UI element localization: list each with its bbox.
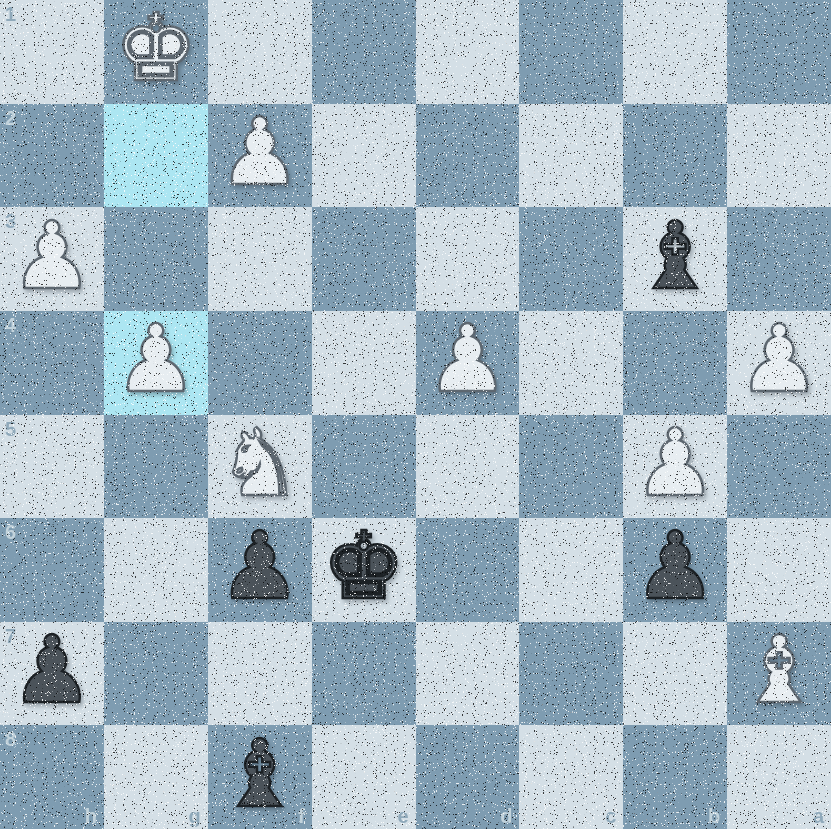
square-f7[interactable] [208,622,312,726]
square-d3[interactable] [416,207,520,311]
piece-black-pawn[interactable]: ♟ [634,520,717,613]
piece-white-pawn[interactable]: ♟ [634,417,717,510]
square-e5[interactable] [312,415,416,519]
square-g2[interactable] [104,104,208,208]
square-e1[interactable] [312,0,416,104]
square-c8[interactable]: c [519,725,623,829]
square-d6[interactable] [416,518,520,622]
square-d8[interactable]: d [416,725,520,829]
rank-label-4: 4 [5,315,16,335]
rank-label-5: 5 [5,419,16,439]
square-c5[interactable] [519,415,623,519]
board-squares-grid: 1♚2♟3♟♝4♟♟♟5♞♟6♟♚♟7♟♝8hgf♝edcba [0,0,831,829]
file-label-d: d [500,806,512,826]
piece-white-pawn[interactable]: ♟ [10,210,93,303]
rank-label-1: 1 [5,4,16,24]
piece-white-knight[interactable]: ♞ [218,417,301,510]
square-e7[interactable] [312,622,416,726]
square-c2[interactable] [519,104,623,208]
square-h3[interactable]: 3♟ [0,207,104,311]
square-a4[interactable]: ♟ [727,311,831,415]
square-g3[interactable] [104,207,208,311]
square-b4[interactable] [623,311,727,415]
square-f5[interactable]: ♞ [208,415,312,519]
square-f8[interactable]: f♝ [208,725,312,829]
rank-label-6: 6 [5,522,16,542]
square-b1[interactable] [623,0,727,104]
piece-black-bishop[interactable]: ♝ [218,728,301,821]
square-b5[interactable]: ♟ [623,415,727,519]
square-b2[interactable] [623,104,727,208]
square-e8[interactable]: e [312,725,416,829]
square-b3[interactable]: ♝ [623,207,727,311]
square-d7[interactable] [416,622,520,726]
square-d4[interactable]: ♟ [416,311,520,415]
rank-label-8: 8 [5,729,16,749]
square-a5[interactable] [727,415,831,519]
piece-white-pawn[interactable]: ♟ [114,313,197,406]
square-c7[interactable] [519,622,623,726]
square-h5[interactable]: 5 [0,415,104,519]
rank-label-2: 2 [5,108,16,128]
file-label-h: h [85,806,97,826]
square-a8[interactable]: a [727,725,831,829]
square-h2[interactable]: 2 [0,104,104,208]
square-f4[interactable] [208,311,312,415]
file-label-b: b [708,806,720,826]
file-label-a: a [813,806,824,826]
square-b8[interactable]: b [623,725,727,829]
square-f6[interactable]: ♟ [208,518,312,622]
square-a6[interactable] [727,518,831,622]
square-b6[interactable]: ♟ [623,518,727,622]
square-h4[interactable]: 4 [0,311,104,415]
square-g8[interactable]: g [104,725,208,829]
file-label-g: g [189,806,201,826]
square-g1[interactable]: ♚ [104,0,208,104]
square-g6[interactable] [104,518,208,622]
square-g5[interactable] [104,415,208,519]
square-d2[interactable] [416,104,520,208]
square-h7[interactable]: 7♟ [0,622,104,726]
piece-white-pawn[interactable]: ♟ [737,313,820,406]
piece-white-king[interactable]: ♚ [114,2,197,95]
square-c6[interactable] [519,518,623,622]
square-a3[interactable] [727,207,831,311]
square-e2[interactable] [312,104,416,208]
square-c1[interactable] [519,0,623,104]
piece-black-bishop[interactable]: ♝ [634,210,717,303]
piece-white-bishop[interactable]: ♝ [737,624,820,717]
square-a7[interactable]: ♝ [727,622,831,726]
file-label-c: c [605,806,616,826]
square-f1[interactable] [208,0,312,104]
square-b7[interactable] [623,622,727,726]
square-h8[interactable]: 8h [0,725,104,829]
square-g7[interactable] [104,622,208,726]
square-f2[interactable]: ♟ [208,104,312,208]
square-a2[interactable] [727,104,831,208]
piece-white-pawn[interactable]: ♟ [218,106,301,199]
square-h1[interactable]: 1 [0,0,104,104]
square-e3[interactable] [312,207,416,311]
piece-black-pawn[interactable]: ♟ [218,520,301,613]
square-e4[interactable] [312,311,416,415]
piece-black-pawn[interactable]: ♟ [10,624,93,717]
square-f3[interactable] [208,207,312,311]
chess-board: 1♚2♟3♟♝4♟♟♟5♞♟6♟♚♟7♟♝8hgf♝edcba [0,0,831,829]
square-d5[interactable] [416,415,520,519]
square-h6[interactable]: 6 [0,518,104,622]
square-c4[interactable] [519,311,623,415]
square-e6[interactable]: ♚ [312,518,416,622]
square-d1[interactable] [416,0,520,104]
square-g4[interactable]: ♟ [104,311,208,415]
file-label-e: e [397,806,408,826]
piece-white-pawn[interactable]: ♟ [426,313,509,406]
piece-black-king[interactable]: ♚ [322,520,405,613]
square-a1[interactable] [727,0,831,104]
square-c3[interactable] [519,207,623,311]
